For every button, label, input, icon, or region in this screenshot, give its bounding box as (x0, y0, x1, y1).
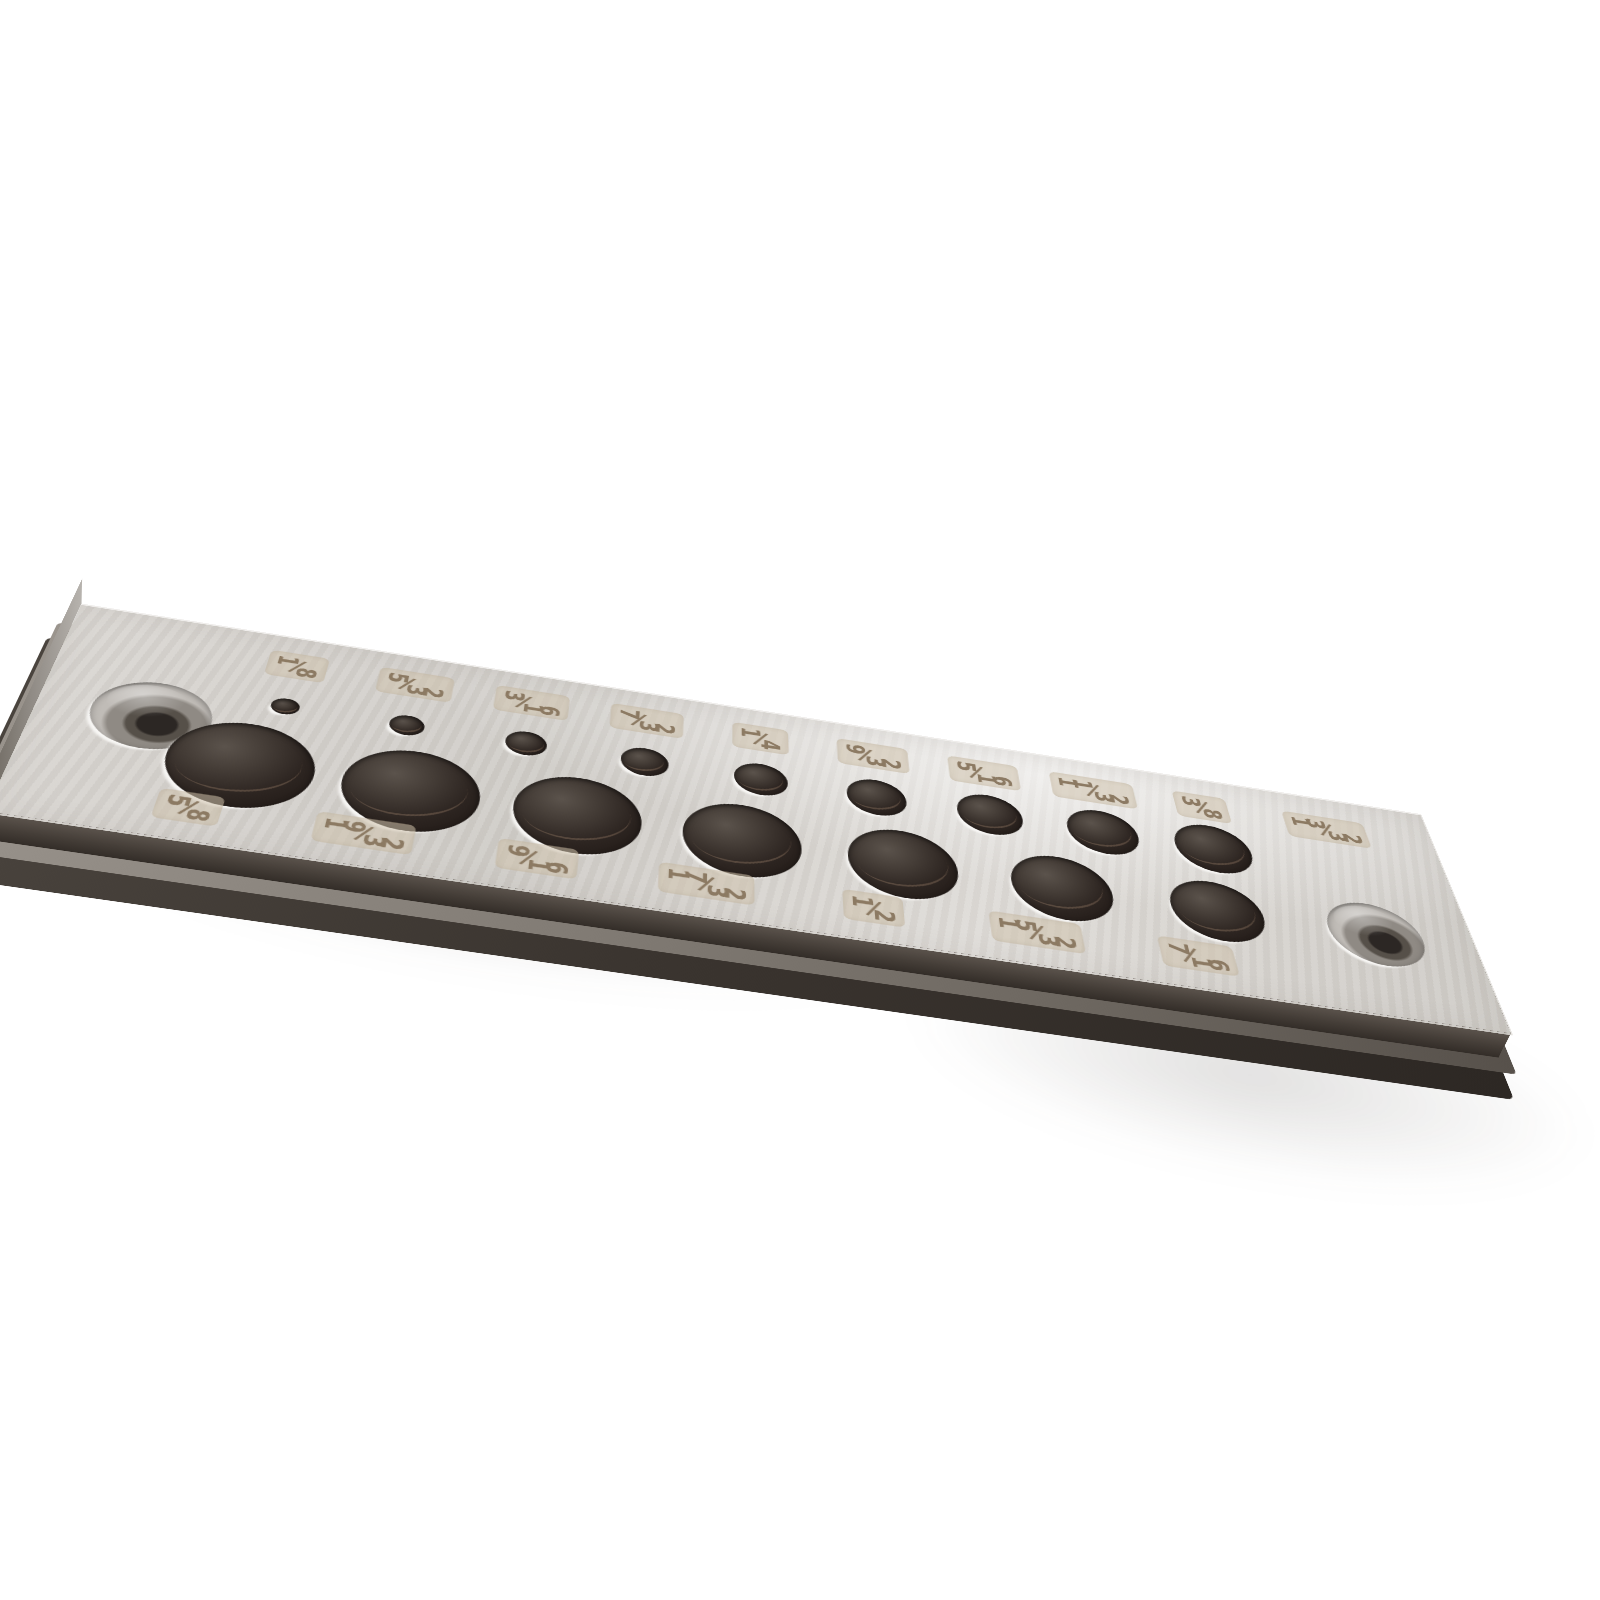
hole-3-8 (1169, 820, 1259, 879)
countersink-hole-13-32 (1318, 897, 1435, 973)
digit: 6 (542, 860, 572, 875)
countersink-hole-top-left (77, 674, 221, 756)
digit: 2 (1051, 935, 1080, 950)
digit: 6 (1203, 957, 1232, 972)
dowel-plate: 1/85/323/167/321/49/325/1611/323/813/325… (0, 603, 1511, 1033)
fraction-num: 1 (853, 891, 871, 911)
hole-9-32 (845, 775, 908, 819)
fraction-den: 16 (1191, 952, 1228, 974)
fraction-den: 32 (1095, 788, 1128, 807)
fraction-den: 16 (978, 770, 1011, 789)
size-label-9-16: 9/16 (495, 838, 579, 879)
digit: 5 (1011, 918, 1040, 933)
size-label-17-32: 17/32 (658, 862, 755, 906)
digit: 1 (995, 915, 1023, 930)
hole-19-32 (332, 741, 486, 840)
hole-7-32 (619, 744, 668, 778)
fraction-den: 2 (875, 906, 893, 926)
size-label-1-8: 1/8 (264, 650, 330, 683)
size-label-7-32: 7/32 (609, 703, 683, 739)
hole-7-16 (1164, 875, 1273, 948)
size-label-7-16: 7/16 (1157, 935, 1240, 976)
fraction-den: 32 (709, 881, 744, 903)
digit: 2 (871, 908, 899, 923)
hole-9-16 (508, 769, 644, 863)
fraction-den: 32 (364, 831, 403, 853)
digit: 5 (162, 793, 195, 808)
fraction-den: 32 (1328, 827, 1363, 846)
digit: 2 (1339, 832, 1366, 845)
fraction-slash: / (353, 823, 376, 844)
size-label-1-4: 1/4 (732, 722, 788, 755)
digit: 2 (419, 686, 447, 699)
digit: 9 (503, 843, 533, 858)
fraction-num: 15 (999, 913, 1035, 935)
hole-11-32 (1063, 805, 1144, 859)
digit: 1 (665, 866, 693, 881)
digit: 3 (1034, 932, 1063, 947)
digit: 8 (182, 807, 215, 822)
fraction-den: 32 (407, 681, 442, 700)
fraction-num: 5 (167, 790, 191, 809)
hole-5-16 (955, 790, 1026, 839)
fraction-num: 19 (325, 813, 365, 835)
digit: 7 (682, 869, 710, 884)
photo-stage: 1/85/323/167/321/49/325/1611/323/813/325… (0, 0, 1600, 1600)
digit: 2 (377, 836, 408, 851)
digit: 1 (321, 816, 352, 831)
fraction-den: 4 (762, 736, 778, 753)
digit: 3 (359, 833, 390, 848)
hole-17-32 (681, 796, 802, 885)
hole-15-32 (1006, 849, 1119, 928)
size-label-5-16: 5/16 (947, 755, 1021, 791)
digit: 2 (1106, 793, 1132, 806)
digit: 2 (878, 757, 904, 770)
size-label-19-32: 19/32 (311, 811, 418, 855)
digit: 2 (721, 886, 749, 901)
size-label-3-16: 3/16 (493, 685, 570, 721)
fraction-den: 32 (640, 717, 672, 736)
fraction-num: 7 (1168, 938, 1189, 958)
digit: 9 (339, 818, 370, 833)
fraction-den: 16 (529, 855, 566, 877)
digit: 3 (704, 883, 732, 898)
size-label-15-32: 15/32 (988, 910, 1086, 954)
size-label-5-32: 5/32 (375, 667, 455, 703)
digit: 8 (1199, 807, 1226, 820)
digit: 1 (848, 894, 876, 909)
fraction-den: 8 (1203, 805, 1222, 822)
fraction-slash: / (698, 873, 717, 894)
hole-3-16 (504, 729, 548, 758)
size-label-1-2: 1/2 (842, 889, 905, 928)
size-label-9-32: 9/32 (837, 738, 910, 774)
size-label-3-8: 3/8 (1172, 791, 1232, 824)
fraction-slash: / (176, 797, 201, 818)
hole-5-32 (387, 713, 426, 737)
size-label-13-32: 13/32 (1281, 811, 1372, 849)
fraction-den: 16 (524, 700, 558, 719)
digit: 6 (536, 704, 563, 717)
fraction-slash: / (518, 847, 539, 868)
fraction-den: 8 (296, 664, 316, 681)
hole-1-8 (269, 697, 302, 716)
digit: 1 (1187, 955, 1216, 970)
fraction-slash: / (1030, 922, 1045, 943)
digit: 2 (651, 722, 677, 735)
digit: 8 (292, 666, 321, 679)
digit: 6 (989, 774, 1015, 787)
fraction-den: 32 (867, 753, 899, 772)
hole-5-8 (151, 713, 324, 817)
fraction-den: 32 (1039, 930, 1075, 952)
hole-1-4 (734, 760, 788, 799)
fraction-slash: / (1183, 944, 1196, 965)
size-label-11-32: 11/32 (1049, 771, 1139, 809)
plate-tilt-wrapper: 1/85/323/167/321/49/325/1611/323/813/325… (30, 512, 1529, 1098)
fraction-slash: / (865, 898, 882, 919)
fraction-den: 8 (186, 805, 210, 825)
digit: 1 (524, 857, 554, 872)
fraction-num: 9 (508, 840, 528, 859)
digit: 4 (758, 738, 783, 751)
size-label-5-8: 5/8 (150, 788, 225, 827)
digit: 7 (1163, 940, 1192, 955)
hole-1-2 (846, 823, 962, 907)
fraction-num: 17 (670, 864, 705, 886)
fraction-num: 13 (1291, 813, 1325, 832)
